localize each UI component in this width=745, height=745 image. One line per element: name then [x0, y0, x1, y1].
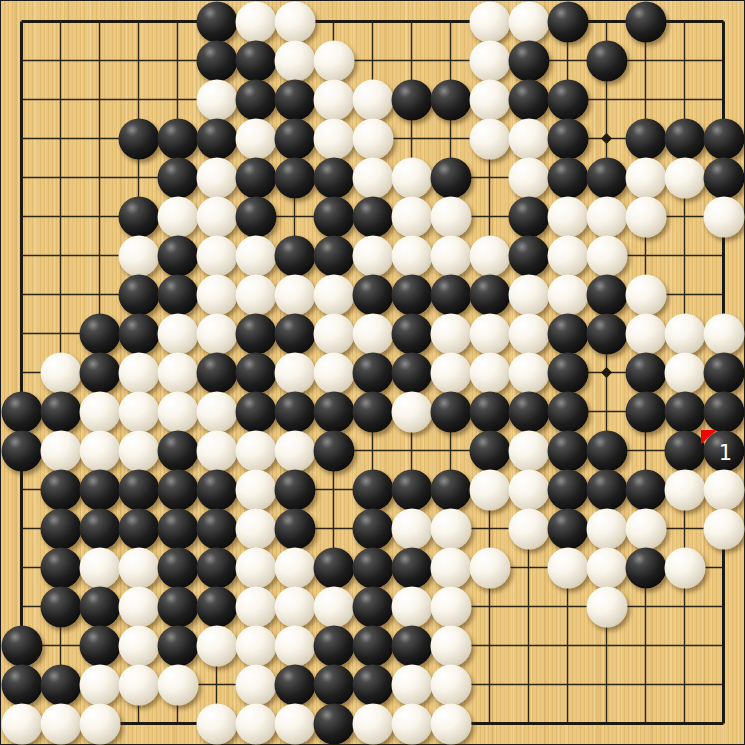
white-stone: [79, 430, 120, 471]
black-stone: [157, 274, 198, 315]
black-stone: [40, 664, 81, 705]
black-stone: [274, 508, 315, 549]
white-stone: [157, 352, 198, 393]
black-stone: [196, 469, 237, 510]
white-stone: [430, 664, 471, 705]
black-stone: [79, 352, 120, 393]
black-stone: [664, 391, 705, 432]
white-stone: [235, 625, 276, 666]
white-stone: [196, 235, 237, 276]
black-stone: [157, 547, 198, 588]
white-stone: [508, 157, 549, 198]
white-stone: [586, 547, 627, 588]
white-stone: [664, 157, 705, 198]
white-stone: [391, 664, 432, 705]
white-stone: [313, 118, 354, 159]
black-stone: [625, 391, 666, 432]
black-stone: [274, 664, 315, 705]
black-stone: [157, 235, 198, 276]
white-stone: [118, 352, 159, 393]
white-stone: [235, 430, 276, 471]
white-stone: [625, 196, 666, 237]
white-stone: [274, 625, 315, 666]
black-stone: [430, 274, 471, 315]
white-stone: [547, 547, 588, 588]
black-stone: [547, 469, 588, 510]
black-stone: [235, 391, 276, 432]
black-stone: [157, 118, 198, 159]
black-stone: [157, 625, 198, 666]
white-stone: [235, 664, 276, 705]
white-stone: [508, 352, 549, 393]
white-stone: [157, 391, 198, 432]
black-stone: [391, 274, 432, 315]
black-stone: [586, 469, 627, 510]
black-stone: [586, 274, 627, 315]
white-stone: [508, 508, 549, 549]
black-stone: [391, 625, 432, 666]
black-stone: [196, 40, 237, 81]
white-stone: [664, 547, 705, 588]
white-stone: [508, 313, 549, 354]
white-stone: [196, 274, 237, 315]
white-stone: [664, 352, 705, 393]
black-stone: [157, 508, 198, 549]
black-stone: [40, 508, 81, 549]
black-stone: [586, 40, 627, 81]
white-stone: [118, 664, 159, 705]
white-stone: [196, 703, 237, 744]
white-stone: [508, 469, 549, 510]
black-stone: [430, 469, 471, 510]
white-stone: [196, 196, 237, 237]
black-stone: [430, 157, 471, 198]
black-stone: [508, 235, 549, 276]
white-stone: [469, 352, 510, 393]
black-stone: [79, 469, 120, 510]
white-stone: [196, 79, 237, 120]
white-stone: [625, 157, 666, 198]
black-stone: [547, 508, 588, 549]
white-stone: [352, 235, 393, 276]
white-stone: [508, 118, 549, 159]
white-stone: [274, 703, 315, 744]
white-stone: [274, 1, 315, 42]
black-stone: [157, 469, 198, 510]
white-stone: [118, 391, 159, 432]
black-stone: [508, 40, 549, 81]
black-stone: [274, 469, 315, 510]
black-stone: [352, 625, 393, 666]
black-stone: [118, 508, 159, 549]
black-stone: [469, 430, 510, 471]
black-stone: [196, 118, 237, 159]
white-stone: [157, 664, 198, 705]
black-stone: [313, 430, 354, 471]
white-stone: [313, 274, 354, 315]
white-stone: [196, 313, 237, 354]
white-stone: [664, 469, 705, 510]
white-stone: [79, 391, 120, 432]
white-stone: [430, 196, 471, 237]
black-stone: [664, 430, 705, 471]
white-stone: [430, 508, 471, 549]
white-stone: [157, 313, 198, 354]
white-stone: [118, 625, 159, 666]
black-stone: [469, 274, 510, 315]
white-stone: [157, 196, 198, 237]
white-stone: [469, 547, 510, 588]
white-stone: [391, 196, 432, 237]
black-stone: [508, 196, 549, 237]
white-stone: [40, 352, 81, 393]
white-stone: [703, 508, 744, 549]
black-stone: [79, 625, 120, 666]
white-stone: [391, 703, 432, 744]
black-stone: [703, 391, 744, 432]
black-stone: [664, 118, 705, 159]
black-stone: [79, 586, 120, 627]
white-stone: [235, 469, 276, 510]
white-stone: [703, 313, 744, 354]
white-stone: [430, 547, 471, 588]
white-stone: [118, 586, 159, 627]
white-stone: [352, 118, 393, 159]
white-stone: [352, 313, 393, 354]
white-stone: [235, 235, 276, 276]
black-stone: [274, 157, 315, 198]
white-stone: [430, 235, 471, 276]
black-stone: [118, 118, 159, 159]
black-stone: [313, 196, 354, 237]
white-stone: [430, 586, 471, 627]
black-stone: [352, 586, 393, 627]
black-stone: [703, 352, 744, 393]
go-board[interactable]: 1: [0, 0, 745, 745]
black-stone: [547, 157, 588, 198]
white-stone: [469, 469, 510, 510]
white-stone: [274, 352, 315, 393]
white-stone: [235, 1, 276, 42]
black-stone: [352, 274, 393, 315]
black-stone: [274, 79, 315, 120]
white-stone: [235, 547, 276, 588]
black-stone: [313, 625, 354, 666]
black-stone: [1, 625, 42, 666]
black-stone: [586, 313, 627, 354]
white-stone: [469, 118, 510, 159]
white-stone: [586, 586, 627, 627]
black-stone: [313, 547, 354, 588]
white-stone: [469, 1, 510, 42]
black-stone: [352, 196, 393, 237]
white-stone: [196, 391, 237, 432]
black-stone: [625, 469, 666, 510]
hoshi-point: [601, 367, 612, 378]
black-stone: [313, 235, 354, 276]
black-stone: [1, 664, 42, 705]
white-stone: [469, 313, 510, 354]
white-stone: [391, 508, 432, 549]
black-stone: [235, 79, 276, 120]
white-stone: [703, 196, 744, 237]
black-stone: [235, 352, 276, 393]
white-stone: [274, 274, 315, 315]
black-stone: [235, 40, 276, 81]
black-stone: [235, 196, 276, 237]
white-stone: [391, 586, 432, 627]
white-stone: [79, 664, 120, 705]
white-stone: [469, 40, 510, 81]
black-stone: [703, 118, 744, 159]
black-stone: [196, 1, 237, 42]
white-stone: [352, 157, 393, 198]
black-stone: [391, 547, 432, 588]
black-stone: [196, 547, 237, 588]
white-stone: [118, 235, 159, 276]
white-stone: [625, 313, 666, 354]
white-stone: [196, 157, 237, 198]
black-stone: [547, 1, 588, 42]
white-stone: [235, 586, 276, 627]
black-stone: [196, 586, 237, 627]
white-stone: [79, 703, 120, 744]
black-stone: [391, 352, 432, 393]
black-stone: [352, 547, 393, 588]
black-stone: [313, 664, 354, 705]
white-stone: [586, 196, 627, 237]
white-stone: [313, 586, 354, 627]
black-stone: [313, 391, 354, 432]
black-stone: [40, 469, 81, 510]
white-stone: [274, 40, 315, 81]
white-stone: [391, 157, 432, 198]
black-stone: [1, 391, 42, 432]
white-stone: [79, 547, 120, 588]
white-stone: [625, 508, 666, 549]
white-stone: [586, 235, 627, 276]
white-stone: [469, 79, 510, 120]
black-stone: [313, 703, 354, 744]
white-stone: [1, 703, 42, 744]
black-stone: [352, 469, 393, 510]
white-stone: [118, 430, 159, 471]
black-stone: [118, 274, 159, 315]
white-stone: [274, 430, 315, 471]
move-number-marker: 1: [719, 442, 732, 463]
black-stone: [274, 118, 315, 159]
white-stone: [547, 196, 588, 237]
black-stone: [391, 469, 432, 510]
black-stone: [196, 508, 237, 549]
white-stone: [352, 79, 393, 120]
black-stone: [625, 352, 666, 393]
black-stone: [508, 79, 549, 120]
white-stone: [40, 430, 81, 471]
black-stone: [547, 313, 588, 354]
white-stone: [430, 625, 471, 666]
white-stone: [430, 352, 471, 393]
black-stone: [235, 313, 276, 354]
black-stone: [586, 157, 627, 198]
black-stone: [118, 469, 159, 510]
black-stone: [79, 508, 120, 549]
black-stone: [547, 79, 588, 120]
white-stone: [40, 703, 81, 744]
black-stone: [235, 157, 276, 198]
black-stone: [157, 157, 198, 198]
white-stone: [664, 313, 705, 354]
black-stone: [547, 391, 588, 432]
black-stone: [508, 391, 549, 432]
black-stone: [157, 430, 198, 471]
white-stone: [196, 625, 237, 666]
white-stone: [235, 703, 276, 744]
black-stone: [274, 313, 315, 354]
black-stone: [547, 352, 588, 393]
white-stone: [625, 274, 666, 315]
black-stone: [469, 391, 510, 432]
white-stone: [274, 547, 315, 588]
black-stone: [352, 352, 393, 393]
white-stone: [508, 1, 549, 42]
black-stone: [703, 157, 744, 198]
black-stone: [118, 313, 159, 354]
white-stone: [196, 430, 237, 471]
black-stone: [1, 430, 42, 471]
black-stone: [352, 664, 393, 705]
black-stone: [274, 235, 315, 276]
white-stone: [235, 508, 276, 549]
white-stone: [469, 235, 510, 276]
black-stone: [40, 547, 81, 588]
white-stone: [235, 118, 276, 159]
white-stone: [547, 235, 588, 276]
white-stone: [547, 274, 588, 315]
hoshi-point: [601, 133, 612, 144]
white-stone: [430, 703, 471, 744]
white-stone: [703, 469, 744, 510]
black-stone: [586, 430, 627, 471]
black-stone: [391, 79, 432, 120]
black-stone: [40, 391, 81, 432]
black-stone: [157, 586, 198, 627]
black-stone: [79, 313, 120, 354]
white-stone: [313, 79, 354, 120]
black-stone: [313, 157, 354, 198]
white-stone: [274, 586, 315, 627]
black-stone: [625, 1, 666, 42]
black-stone: [352, 508, 393, 549]
black-stone: [625, 547, 666, 588]
black-stone: [352, 391, 393, 432]
white-stone: [430, 313, 471, 354]
black-stone: [391, 313, 432, 354]
black-stone: [40, 586, 81, 627]
white-stone: [508, 430, 549, 471]
white-stone: [118, 547, 159, 588]
white-stone: [352, 703, 393, 744]
white-stone: [235, 274, 276, 315]
black-stone: [625, 118, 666, 159]
white-stone: [391, 391, 432, 432]
white-stone: [313, 313, 354, 354]
black-stone: [430, 391, 471, 432]
white-stone: [586, 508, 627, 549]
white-stone: [313, 40, 354, 81]
black-stone: [196, 352, 237, 393]
black-stone: [118, 196, 159, 237]
white-stone: [313, 352, 354, 393]
black-stone: [430, 79, 471, 120]
black-stone: [547, 118, 588, 159]
white-stone: [508, 274, 549, 315]
black-stone: [547, 430, 588, 471]
white-stone: [391, 235, 432, 276]
black-stone: [274, 391, 315, 432]
